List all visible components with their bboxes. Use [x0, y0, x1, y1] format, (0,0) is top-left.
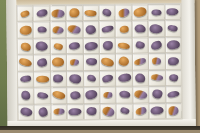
specimen-cell: [149, 21, 165, 37]
specimen-cell: [149, 4, 165, 20]
specimen-cell: [133, 37, 149, 53]
mineral-specimen-purple: [135, 25, 146, 33]
background-bottom-surface: [0, 130, 200, 133]
specimen-cell: [84, 87, 100, 103]
mineral-specimen-purple: [69, 90, 81, 101]
mineral-specimen-purple: [101, 25, 114, 34]
mineral-specimen-purple: [102, 41, 112, 50]
specimen-cell: [116, 5, 132, 21]
mineral-specimen-purple: [35, 9, 47, 18]
mineral-specimen-purple: [85, 58, 97, 66]
specimen-cell: [133, 54, 149, 70]
specimen-cell: [116, 21, 132, 37]
mineral-specimen-purple: [36, 92, 48, 100]
mineral-specimen-orange: [84, 9, 97, 16]
specimen-cell: [50, 22, 66, 38]
specimen-cell: [83, 5, 99, 21]
specimen-cell: [133, 87, 149, 103]
mineral-specimen-mixed: [151, 74, 164, 81]
specimen-cell: [132, 5, 148, 21]
specimen-cell: [83, 21, 99, 37]
specimen-cell: [165, 4, 181, 20]
mineral-specimen-purple: [68, 73, 82, 84]
specimen-cell: [50, 5, 66, 21]
mineral-specimen-mixed: [101, 106, 114, 117]
specimen-cell: [51, 55, 67, 71]
mineral-specimen-purple: [119, 91, 131, 99]
mineral-specimen-purple: [20, 75, 32, 83]
mineral-specimen-purple: [85, 23, 98, 35]
specimen-cell: [51, 88, 67, 104]
mineral-specimen-mixed: [51, 8, 65, 17]
specimen-cell: [133, 70, 149, 86]
mineral-specimen-mixed: [53, 108, 65, 116]
mineral-specimen-orange: [18, 57, 33, 68]
specimen-cell: [34, 71, 50, 87]
mineral-specimen-purple: [167, 8, 179, 15]
specimen-cell: [18, 22, 34, 38]
mineral-specimen-orange: [36, 75, 49, 83]
specimen-cell: [166, 103, 182, 119]
mineral-specimen-mixed: [52, 25, 64, 33]
specimen-cell: [133, 103, 149, 119]
mineral-specimen-purple: [21, 91, 31, 101]
specimen-cell: [166, 70, 182, 86]
specimen-cell: [100, 21, 116, 37]
mineral-specimen-purple: [36, 57, 48, 67]
mineral-specimen-purple: [53, 74, 64, 83]
specimen-cell: [84, 71, 100, 87]
specimen-cell: [100, 87, 116, 103]
specimen-cell: [18, 71, 34, 87]
specimen-cell: [18, 88, 34, 104]
mineral-specimen-purple: [69, 108, 82, 116]
specimen-cell: [34, 55, 50, 71]
mineral-specimen-purple: [35, 40, 49, 51]
mineral-specimen-orange: [69, 8, 79, 17]
mineral-specimen-purple: [136, 73, 146, 82]
mineral-specimen-mixed: [103, 92, 112, 98]
specimen-cell: [34, 38, 50, 54]
specimen-cell: [51, 104, 67, 120]
specimen-cell: [116, 38, 132, 54]
mineral-specimen-purple: [150, 106, 164, 116]
mineral-specimen-orange: [118, 42, 131, 49]
mineral-specimen-purple: [150, 23, 164, 34]
mineral-specimen-purple: [135, 41, 145, 50]
specimen-cell: [100, 54, 116, 70]
specimen-cell: [149, 70, 165, 86]
mineral-specimen-purple: [69, 41, 81, 51]
mineral-specimen-mixed: [134, 89, 148, 99]
specimen-cell: [100, 38, 116, 54]
specimen-cell: [100, 71, 116, 87]
box-right-wall: [181, 0, 195, 127]
mineral-specimen-purple: [19, 107, 33, 118]
specimen-cell: [166, 86, 182, 102]
specimen-cell: [116, 54, 132, 70]
mineral-specimen-purple: [150, 39, 163, 50]
specimen-cell: [18, 104, 34, 120]
specimen-cell: [35, 88, 51, 104]
mineral-specimen-orange: [100, 57, 114, 68]
mineral-specimen-mixed: [169, 106, 179, 115]
mineral-specimen-purple: [167, 24, 178, 32]
specimen-cell: [100, 103, 116, 119]
specimen-cell: [149, 86, 165, 102]
mineral-specimen-purple: [37, 27, 46, 33]
specimen-cell: [18, 39, 34, 55]
specimen-cell: [35, 104, 51, 120]
specimen-cell: [34, 22, 50, 38]
specimen-cell: [34, 6, 50, 22]
mineral-specimen-purple: [102, 74, 114, 84]
mineral-specimen-orange: [20, 9, 31, 18]
specimen-cell: [67, 5, 83, 21]
mineral-specimen-purple: [168, 73, 178, 82]
cardboard-flat-box: [6, 0, 195, 129]
specimen-cell: [67, 71, 83, 87]
mineral-specimen-orange: [119, 25, 129, 33]
mineral-specimen-mixed: [70, 59, 79, 65]
specimen-cell: [165, 37, 181, 53]
specimen-cell: [165, 53, 181, 69]
mineral-specimen-orange: [52, 57, 65, 68]
specimen-cell: [67, 87, 83, 103]
specimen-cell: [17, 6, 33, 22]
mineral-specimen-purple: [168, 57, 179, 65]
specimen-cell: [67, 54, 83, 70]
specimen-cell: [149, 54, 165, 70]
mineral-specimen-purple: [86, 74, 96, 83]
specimen-cell: [165, 21, 181, 37]
mineral-specimen-mixed: [117, 7, 130, 18]
specimen-cell: [67, 22, 83, 38]
specimen-cell: [84, 54, 100, 70]
mineral-specimen-purple: [87, 107, 97, 116]
specimen-cell: [117, 103, 133, 119]
specimen-cell: [99, 5, 115, 21]
mineral-specimen-purple: [85, 90, 98, 101]
mineral-specimen-purple: [37, 106, 48, 117]
mineral-specimen-orange: [52, 90, 66, 101]
specimen-cell: [68, 104, 84, 120]
mineral-specimen-orange: [19, 25, 32, 36]
mineral-specimen-purple: [117, 73, 131, 83]
mineral-specimen-mixed: [152, 57, 162, 65]
specimen-cell: [84, 104, 100, 120]
specimen-tray-photo: [0, 0, 200, 133]
specimen-cell: [18, 55, 34, 71]
mineral-specimen-mixed: [134, 57, 147, 66]
specimen-cell: [150, 103, 166, 119]
mineral-specimen-orange: [53, 42, 63, 51]
mineral-specimen-purple: [166, 39, 181, 51]
mineral-specimen-purple: [167, 90, 180, 99]
specimen-cell: [51, 38, 67, 54]
mineral-specimen-orange: [118, 56, 130, 68]
mineral-specimen-purple: [151, 88, 163, 100]
specimen-cell: [116, 70, 132, 86]
mineral-specimen-orange: [20, 42, 31, 51]
specimen-cell: [83, 38, 99, 54]
mineral-specimen-purple: [102, 8, 112, 17]
mineral-specimen-mixed: [67, 24, 82, 35]
mineral-specimen-mixed: [135, 106, 148, 116]
mineral-specimen-purple: [151, 9, 162, 16]
specimen-cell: [132, 21, 148, 37]
mineral-specimen-purple: [84, 41, 98, 51]
specimen-cell: [149, 37, 165, 53]
specimen-cell: [51, 71, 67, 87]
mineral-specimen-purple: [119, 107, 129, 115]
specimen-cell: [117, 87, 133, 103]
specimen-cell: [67, 38, 83, 54]
mineral-specimen-orange: [133, 6, 148, 18]
specimen-grid: [16, 3, 182, 121]
